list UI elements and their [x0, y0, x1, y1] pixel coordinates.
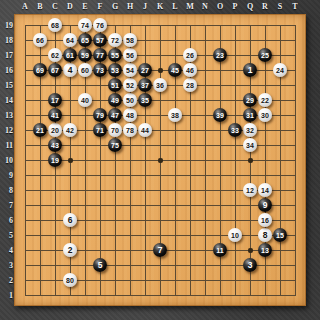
stone-g17[interactable]: 55 — [108, 48, 122, 62]
row-label: 1 — [0, 290, 13, 301]
column-label: P — [228, 1, 243, 12]
stone-q14[interactable]: 29 — [243, 93, 257, 107]
row-label: 17 — [0, 50, 13, 61]
stone-move-number: 66 — [36, 36, 44, 43]
stone-move-number: 23 — [216, 51, 224, 58]
stone-r4[interactable]: 13 — [258, 243, 272, 257]
column-label: S — [273, 1, 288, 12]
stones-grid: 1234567891011121314151617192021222324252… — [18, 18, 303, 303]
stone-h13[interactable]: 48 — [123, 108, 137, 122]
stone-move-number: 21 — [36, 126, 44, 133]
stone-e16[interactable]: 60 — [78, 63, 92, 77]
stone-j15[interactable]: 37 — [138, 78, 152, 92]
stone-move-number: 7 — [158, 245, 163, 254]
stone-m16[interactable]: 46 — [183, 63, 197, 77]
stone-move-number: 51 — [111, 81, 119, 88]
stone-move-number: 9 — [263, 200, 268, 209]
stone-move-number: 46 — [186, 66, 194, 73]
stone-move-number: 67 — [51, 66, 59, 73]
stone-move-number: 59 — [81, 51, 89, 58]
stone-h17[interactable]: 56 — [123, 48, 137, 62]
column-label: G — [108, 1, 123, 12]
stone-f12[interactable]: 71 — [93, 123, 107, 137]
stone-move-number: 32 — [246, 126, 254, 133]
stone-move-number: 54 — [126, 66, 134, 73]
stone-move-number: 68 — [51, 21, 59, 28]
stone-move-number: 43 — [51, 141, 59, 148]
stone-move-number: 77 — [96, 51, 104, 58]
column-label: M — [183, 1, 198, 12]
stone-move-number: 70 — [111, 126, 119, 133]
column-label: N — [198, 1, 213, 12]
stone-move-number: 29 — [246, 96, 254, 103]
stone-move-number: 1 — [248, 65, 253, 74]
stone-g15[interactable]: 51 — [108, 78, 122, 92]
stone-r5[interactable]: 8 — [258, 228, 272, 242]
stone-move-number: 49 — [111, 96, 119, 103]
stone-move-number: 42 — [66, 126, 74, 133]
row-label: 16 — [0, 65, 13, 76]
stone-move-number: 39 — [216, 111, 224, 118]
stone-g18[interactable]: 72 — [108, 33, 122, 47]
goban-diagram: ABCDEFGHJKLMNOPQRST 19181716151413121110… — [0, 0, 320, 320]
column-label: R — [258, 1, 273, 12]
stone-move-number: 74 — [81, 21, 89, 28]
stone-move-number: 58 — [126, 36, 134, 43]
stone-move-number: 8 — [263, 230, 268, 239]
stone-move-number: 53 — [111, 66, 119, 73]
row-label: 7 — [0, 200, 13, 211]
stone-h18[interactable]: 58 — [123, 33, 137, 47]
column-label: L — [168, 1, 183, 12]
row-label: 13 — [0, 110, 13, 121]
column-label: O — [213, 1, 228, 12]
stone-move-number: 13 — [261, 246, 269, 253]
stone-move-number: 26 — [186, 51, 194, 58]
stone-s5[interactable]: 15 — [273, 228, 287, 242]
stone-move-number: 22 — [261, 96, 269, 103]
stone-d12[interactable]: 42 — [63, 123, 77, 137]
stone-move-number: 20 — [51, 126, 59, 133]
stone-e19[interactable]: 74 — [78, 18, 92, 32]
row-label: 11 — [0, 140, 13, 151]
stone-f18[interactable]: 57 — [93, 33, 107, 47]
stone-move-number: 17 — [51, 96, 59, 103]
stone-move-number: 45 — [171, 66, 179, 73]
stone-q13[interactable]: 31 — [243, 108, 257, 122]
stone-move-number: 36 — [156, 81, 164, 88]
stone-r8[interactable]: 14 — [258, 183, 272, 197]
row-label: 9 — [0, 170, 13, 181]
stone-move-number: 5 — [98, 260, 103, 269]
stone-r7[interactable]: 9 — [258, 198, 272, 212]
stone-move-number: 12 — [246, 186, 254, 193]
stone-m15[interactable]: 28 — [183, 78, 197, 92]
stone-move-number: 33 — [231, 126, 239, 133]
stone-move-number: 79 — [96, 111, 104, 118]
stone-g11[interactable]: 75 — [108, 138, 122, 152]
go-board[interactable]: 1234567891011121314151617192021222324252… — [14, 14, 306, 306]
stone-move-number: 61 — [66, 51, 74, 58]
stone-o13[interactable]: 39 — [213, 108, 227, 122]
stone-q16[interactable]: 1 — [243, 63, 257, 77]
row-label: 2 — [0, 275, 13, 286]
row-label: 14 — [0, 95, 13, 106]
stone-move-number: 11 — [216, 246, 223, 253]
stone-move-number: 71 — [96, 126, 104, 133]
column-label: F — [93, 1, 108, 12]
stone-move-number: 35 — [141, 96, 149, 103]
row-label: 18 — [0, 35, 13, 46]
stone-move-number: 25 — [261, 51, 269, 58]
stone-c11[interactable]: 43 — [48, 138, 62, 152]
stone-j12[interactable]: 44 — [138, 123, 152, 137]
stone-o4[interactable]: 11 — [213, 243, 227, 257]
stone-g13[interactable]: 47 — [108, 108, 122, 122]
stone-k15[interactable]: 36 — [153, 78, 167, 92]
stone-d17[interactable]: 61 — [63, 48, 77, 62]
stone-c19[interactable]: 68 — [48, 18, 62, 32]
stone-move-number: 30 — [261, 111, 269, 118]
stone-move-number: 62 — [51, 51, 59, 58]
stone-move-number: 37 — [141, 81, 149, 88]
stone-c13[interactable]: 41 — [48, 108, 62, 122]
stone-g12[interactable]: 70 — [108, 123, 122, 137]
stone-h15[interactable]: 52 — [123, 78, 137, 92]
stone-move-number: 16 — [261, 216, 269, 223]
stone-move-number: 75 — [111, 141, 119, 148]
stone-move-number: 69 — [36, 66, 44, 73]
row-label: 15 — [0, 80, 13, 91]
column-label: J — [138, 1, 153, 12]
column-label: D — [63, 1, 78, 12]
row-label: 8 — [0, 185, 13, 196]
stone-d16[interactable]: 4 — [63, 63, 77, 77]
stone-d2[interactable]: 80 — [63, 273, 77, 287]
stone-h14[interactable]: 50 — [123, 93, 137, 107]
row-label: 5 — [0, 230, 13, 241]
stone-q3[interactable]: 3 — [243, 258, 257, 272]
stone-d6[interactable]: 6 — [63, 213, 77, 227]
stone-j14[interactable]: 35 — [138, 93, 152, 107]
stone-m17[interactable]: 26 — [183, 48, 197, 62]
stone-l16[interactable]: 45 — [168, 63, 182, 77]
stone-move-number: 44 — [141, 126, 149, 133]
stone-move-number: 28 — [186, 81, 194, 88]
stone-move-number: 48 — [126, 111, 134, 118]
stone-g16[interactable]: 53 — [108, 63, 122, 77]
stone-move-number: 40 — [81, 96, 89, 103]
stone-move-number: 80 — [66, 276, 74, 283]
stone-move-number: 56 — [126, 51, 134, 58]
stone-d18[interactable]: 64 — [63, 33, 77, 47]
stone-move-number: 57 — [96, 36, 104, 43]
stone-h12[interactable]: 78 — [123, 123, 137, 137]
column-label: B — [33, 1, 48, 12]
column-label: T — [288, 1, 303, 12]
stone-move-number: 34 — [246, 141, 254, 148]
stone-f16[interactable]: 73 — [93, 63, 107, 77]
stone-move-number: 6 — [68, 215, 73, 224]
stone-move-number: 41 — [51, 111, 59, 118]
stone-l13[interactable]: 38 — [168, 108, 182, 122]
stone-b18[interactable]: 66 — [33, 33, 47, 47]
stone-move-number: 64 — [66, 36, 74, 43]
stone-e17[interactable]: 59 — [78, 48, 92, 62]
stone-e14[interactable]: 40 — [78, 93, 92, 107]
stone-c10[interactable]: 19 — [48, 153, 62, 167]
row-label: 10 — [0, 155, 13, 166]
stone-move-number: 10 — [231, 231, 239, 238]
stone-move-number: 65 — [81, 36, 89, 43]
stone-c12[interactable]: 20 — [48, 123, 62, 137]
stone-move-number: 3 — [248, 260, 253, 269]
stone-move-number: 4 — [68, 65, 73, 74]
row-label: 4 — [0, 245, 13, 256]
stone-move-number: 38 — [171, 111, 179, 118]
stone-f17[interactable]: 77 — [93, 48, 107, 62]
column-label: Q — [243, 1, 258, 12]
stone-f13[interactable]: 79 — [93, 108, 107, 122]
stone-move-number: 73 — [96, 66, 104, 73]
stone-d4[interactable]: 2 — [63, 243, 77, 257]
stone-o17[interactable]: 23 — [213, 48, 227, 62]
column-label: C — [48, 1, 63, 12]
column-label: E — [78, 1, 93, 12]
stone-r17[interactable]: 25 — [258, 48, 272, 62]
stone-b16[interactable]: 69 — [33, 63, 47, 77]
stone-e18[interactable]: 65 — [78, 33, 92, 47]
row-label: 19 — [0, 20, 13, 31]
stone-move-number: 2 — [68, 245, 73, 254]
stone-p5[interactable]: 10 — [228, 228, 242, 242]
stone-r13[interactable]: 30 — [258, 108, 272, 122]
stone-r6[interactable]: 16 — [258, 213, 272, 227]
stone-move-number: 52 — [126, 81, 134, 88]
stone-move-number: 78 — [126, 126, 134, 133]
stone-p12[interactable]: 33 — [228, 123, 242, 137]
stone-f19[interactable]: 76 — [93, 18, 107, 32]
row-label: 12 — [0, 125, 13, 136]
stone-move-number: 27 — [141, 66, 149, 73]
column-label: K — [153, 1, 168, 12]
stone-q11[interactable]: 34 — [243, 138, 257, 152]
row-label: 3 — [0, 260, 13, 271]
stone-move-number: 55 — [111, 51, 119, 58]
stone-c17[interactable]: 62 — [48, 48, 62, 62]
stone-f3[interactable]: 5 — [93, 258, 107, 272]
stone-move-number: 60 — [81, 66, 89, 73]
column-label: A — [18, 1, 33, 12]
stone-move-number: 31 — [246, 111, 254, 118]
stone-h16[interactable]: 54 — [123, 63, 137, 77]
stone-k4[interactable]: 7 — [153, 243, 167, 257]
stone-move-number: 50 — [126, 96, 134, 103]
stone-q8[interactable]: 12 — [243, 183, 257, 197]
stone-move-number: 24 — [276, 66, 284, 73]
stone-b12[interactable]: 21 — [33, 123, 47, 137]
stone-j16[interactable]: 27 — [138, 63, 152, 77]
stone-move-number: 47 — [111, 111, 119, 118]
stone-s16[interactable]: 24 — [273, 63, 287, 77]
stone-move-number: 15 — [276, 231, 284, 238]
column-label: H — [123, 1, 138, 12]
row-label: 6 — [0, 215, 13, 226]
stone-move-number: 72 — [111, 36, 119, 43]
stone-r14[interactable]: 22 — [258, 93, 272, 107]
stone-q12[interactable]: 32 — [243, 123, 257, 137]
stone-move-number: 76 — [96, 21, 104, 28]
stone-c14[interactable]: 17 — [48, 93, 62, 107]
stone-move-number: 19 — [51, 156, 59, 163]
stone-c16[interactable]: 67 — [48, 63, 62, 77]
stone-move-number: 14 — [261, 186, 269, 193]
stone-g14[interactable]: 49 — [108, 93, 122, 107]
